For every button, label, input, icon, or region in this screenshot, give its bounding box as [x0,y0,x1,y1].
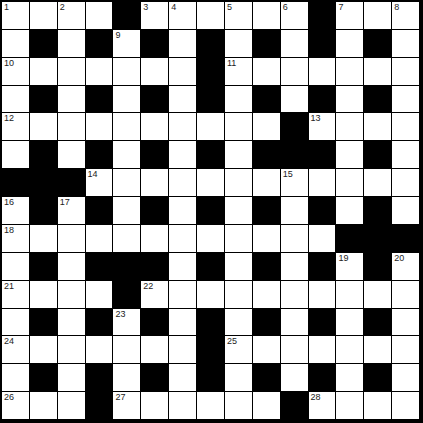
letter-cell[interactable] [169,141,196,168]
clue-number: 9 [115,30,120,41]
blocked-cell [197,86,224,113]
letter-cell[interactable] [86,113,113,140]
letter-cell[interactable]: 17 [58,197,85,224]
blocked-cell [364,364,391,391]
blocked-cell [86,309,113,336]
clue-number: 17 [60,197,70,208]
letter-cell[interactable] [30,281,57,308]
letter-cell[interactable] [58,281,85,308]
letter-cell[interactable] [58,364,85,391]
letter-cell[interactable]: 27 [113,392,140,419]
clue-number: 27 [115,392,125,403]
clue-number: 21 [4,281,14,292]
clue-number: 2 [60,2,65,13]
letter-cell[interactable] [336,141,363,168]
letter-cell[interactable] [364,281,391,308]
letter-cell[interactable] [336,336,363,363]
letter-cell[interactable] [30,225,57,252]
blocked-cell [197,336,224,363]
letter-cell[interactable] [392,86,419,113]
letter-cell[interactable] [58,392,85,419]
letter-cell[interactable] [197,281,224,308]
letter-cell[interactable] [169,253,196,280]
blocked-cell [86,197,113,224]
letter-cell[interactable]: 20 [392,253,419,280]
blocked-cell [141,364,168,391]
letter-cell[interactable] [169,364,196,391]
letter-cell[interactable] [169,58,196,85]
blocked-cell [141,141,168,168]
letter-cell[interactable] [392,30,419,57]
letter-cell[interactable] [225,197,252,224]
letter-cell[interactable] [392,169,419,196]
letter-cell[interactable] [197,113,224,140]
letter-cell[interactable] [309,225,336,252]
letter-cell[interactable] [225,364,252,391]
blocked-cell [86,364,113,391]
blocked-cell [253,253,280,280]
letter-cell[interactable] [86,281,113,308]
blocked-cell [197,364,224,391]
blocked-cell [86,30,113,57]
clue-number: 20 [394,253,404,264]
letter-cell[interactable]: 7 [336,2,363,29]
letter-cell[interactable] [336,30,363,57]
blocked-cell [30,141,57,168]
clue-number: 24 [4,336,14,347]
letter-cell[interactable] [392,141,419,168]
blocked-cell [336,225,363,252]
letter-cell[interactable] [197,392,224,419]
letter-cell[interactable]: 28 [309,392,336,419]
letter-cell[interactable] [2,86,29,113]
clue-number: 23 [115,309,125,320]
letter-cell[interactable]: 5 [225,2,252,29]
blocked-cell [197,253,224,280]
letter-cell[interactable] [113,197,140,224]
clue-number: 25 [227,336,237,347]
letter-cell[interactable] [392,197,419,224]
letter-cell[interactable] [113,86,140,113]
letter-cell[interactable]: 2 [58,2,85,29]
letter-cell[interactable] [141,58,168,85]
letter-cell[interactable] [86,225,113,252]
letter-cell[interactable] [281,364,308,391]
crossword-grid: 1234567891011121314151617181920212223242… [2,2,419,419]
letter-cell[interactable] [253,336,280,363]
letter-cell[interactable] [281,30,308,57]
letter-cell[interactable] [169,336,196,363]
letter-cell[interactable] [197,169,224,196]
letter-cell[interactable] [336,86,363,113]
letter-cell[interactable] [141,169,168,196]
letter-cell[interactable] [225,169,252,196]
letter-cell[interactable] [30,392,57,419]
letter-cell[interactable] [86,336,113,363]
letter-cell[interactable] [86,58,113,85]
blocked-cell [309,197,336,224]
letter-cell[interactable]: 24 [2,336,29,363]
blocked-cell [364,141,391,168]
clue-number: 6 [283,2,288,13]
letter-cell[interactable] [364,336,391,363]
letter-cell[interactable] [253,113,280,140]
letter-cell[interactable] [113,336,140,363]
letter-cell[interactable] [58,253,85,280]
letter-cell[interactable] [86,2,113,29]
blocked-cell [309,86,336,113]
letter-cell[interactable] [281,336,308,363]
blocked-cell [86,86,113,113]
clue-number: 15 [283,169,293,180]
clue-number: 8 [394,2,399,13]
blocked-cell [309,141,336,168]
letter-cell[interactable]: 3 [141,2,168,29]
letter-cell[interactable] [30,2,57,29]
letter-cell[interactable] [281,309,308,336]
blocked-cell [141,197,168,224]
letter-cell[interactable] [392,309,419,336]
letter-cell[interactable] [113,113,140,140]
blocked-cell [309,364,336,391]
letter-cell[interactable]: 23 [113,309,140,336]
letter-cell[interactable] [225,141,252,168]
letter-cell[interactable] [309,281,336,308]
letter-cell[interactable]: 18 [2,225,29,252]
blocked-cell [86,141,113,168]
letter-cell[interactable] [169,169,196,196]
letter-cell[interactable] [253,58,280,85]
letter-cell[interactable]: 25 [225,336,252,363]
blocked-cell [253,30,280,57]
blocked-cell [30,197,57,224]
letter-cell[interactable]: 10 [2,58,29,85]
clue-number: 1 [4,2,9,13]
letter-cell[interactable] [309,336,336,363]
letter-cell[interactable] [225,392,252,419]
letter-cell[interactable] [392,364,419,391]
clue-number: 18 [4,225,14,236]
blocked-cell [253,309,280,336]
clue-number: 3 [143,2,148,13]
crossword-board: 1234567891011121314151617181920212223242… [0,0,423,423]
clue-number: 14 [88,169,98,180]
blocked-cell [30,30,57,57]
blocked-cell [253,141,280,168]
letter-cell[interactable] [30,113,57,140]
letter-cell[interactable] [2,30,29,57]
letter-cell[interactable]: 6 [281,2,308,29]
letter-cell[interactable] [169,30,196,57]
clue-number: 19 [338,253,348,264]
letter-cell[interactable]: 16 [2,197,29,224]
blocked-cell [197,141,224,168]
letter-cell[interactable] [113,364,140,391]
blocked-cell [281,392,308,419]
letter-cell[interactable] [364,169,391,196]
blocked-cell [392,225,419,252]
letter-cell[interactable] [169,197,196,224]
letter-cell[interactable]: 21 [2,281,29,308]
letter-cell[interactable] [225,30,252,57]
blocked-cell [364,86,391,113]
letter-cell[interactable] [392,281,419,308]
blocked-cell [364,253,391,280]
clue-number: 12 [4,113,14,124]
letter-cell[interactable] [225,253,252,280]
letter-cell[interactable] [392,58,419,85]
letter-cell[interactable]: 8 [392,2,419,29]
letter-cell[interactable]: 22 [141,281,168,308]
letter-cell[interactable] [253,281,280,308]
letter-cell[interactable] [197,2,224,29]
letter-cell[interactable] [336,58,363,85]
blocked-cell [141,253,168,280]
letter-cell[interactable] [169,86,196,113]
blocked-cell [141,30,168,57]
letter-cell[interactable] [169,225,196,252]
clue-number: 16 [4,197,14,208]
letter-cell[interactable] [281,281,308,308]
blocked-cell [30,253,57,280]
letter-cell[interactable] [169,392,196,419]
clue-number: 28 [311,392,321,403]
letter-cell[interactable] [253,392,280,419]
letter-cell[interactable] [336,281,363,308]
letter-cell[interactable] [281,225,308,252]
letter-cell[interactable] [309,169,336,196]
blocked-cell [364,197,391,224]
letter-cell[interactable]: 11 [225,58,252,85]
blocked-cell [197,197,224,224]
blocked-cell [113,2,140,29]
clue-number: 22 [143,281,153,292]
letter-cell[interactable] [58,225,85,252]
letter-cell[interactable] [58,86,85,113]
letter-cell[interactable] [281,197,308,224]
clue-number: 7 [338,2,343,13]
blocked-cell [364,30,391,57]
blocked-cell [197,309,224,336]
letter-cell[interactable] [2,253,29,280]
blocked-cell [30,309,57,336]
letter-cell[interactable] [58,58,85,85]
clue-number: 26 [4,392,14,403]
letter-cell[interactable]: 1 [2,2,29,29]
letter-cell[interactable] [336,392,363,419]
letter-cell[interactable]: 13 [309,113,336,140]
letter-cell[interactable] [281,86,308,113]
letter-cell[interactable]: 9 [113,30,140,57]
blocked-cell [197,30,224,57]
letter-cell[interactable] [169,309,196,336]
blocked-cell [364,225,391,252]
letter-cell[interactable]: 12 [2,113,29,140]
letter-cell[interactable] [336,309,363,336]
blocked-cell [30,86,57,113]
letter-cell[interactable] [281,58,308,85]
letter-cell[interactable] [169,113,196,140]
blocked-cell [141,86,168,113]
letter-cell[interactable] [2,364,29,391]
letter-cell[interactable] [253,169,280,196]
letter-cell[interactable] [225,281,252,308]
clue-number: 11 [227,58,236,69]
blocked-cell [113,253,140,280]
letter-cell[interactable] [364,392,391,419]
letter-cell[interactable] [225,86,252,113]
letter-cell[interactable] [364,2,391,29]
blocked-cell [364,309,391,336]
letter-cell[interactable] [113,141,140,168]
clue-number: 5 [227,2,232,13]
letter-cell[interactable] [253,2,280,29]
letter-cell[interactable] [364,58,391,85]
blocked-cell [281,141,308,168]
letter-cell[interactable] [30,58,57,85]
blocked-cell [309,309,336,336]
letter-cell[interactable] [392,113,419,140]
letter-cell[interactable] [2,141,29,168]
letter-cell[interactable] [141,336,168,363]
letter-cell[interactable] [364,113,391,140]
blocked-cell [86,392,113,419]
letter-cell[interactable] [2,309,29,336]
blocked-cell [253,197,280,224]
letter-cell[interactable] [253,225,280,252]
letter-cell[interactable] [392,392,419,419]
letter-cell[interactable]: 4 [169,2,196,29]
blocked-cell [253,364,280,391]
letter-cell[interactable] [169,281,196,308]
blocked-cell [30,169,57,196]
letter-cell[interactable] [281,253,308,280]
letter-cell[interactable] [225,225,252,252]
letter-cell[interactable] [113,169,140,196]
letter-cell[interactable]: 15 [281,169,308,196]
blocked-cell [253,86,280,113]
letter-cell[interactable] [58,309,85,336]
blocked-cell [2,169,29,196]
blocked-cell [141,309,168,336]
blocked-cell [30,364,57,391]
letter-cell[interactable] [58,30,85,57]
blocked-cell [113,281,140,308]
letter-cell[interactable] [141,392,168,419]
letter-cell[interactable] [197,225,224,252]
blocked-cell [281,113,308,140]
letter-cell[interactable] [225,309,252,336]
letter-cell[interactable] [336,169,363,196]
clue-number: 10 [4,58,14,69]
letter-cell[interactable]: 26 [2,392,29,419]
blocked-cell [58,169,85,196]
letter-cell[interactable]: 19 [336,253,363,280]
letter-cell[interactable] [225,113,252,140]
blocked-cell [309,2,336,29]
letter-cell[interactable] [113,58,140,85]
letter-cell[interactable] [58,113,85,140]
letter-cell[interactable] [58,141,85,168]
blocked-cell [309,30,336,57]
letter-cell[interactable] [336,197,363,224]
letter-cell[interactable] [113,225,140,252]
letter-cell[interactable] [141,225,168,252]
letter-cell[interactable] [336,113,363,140]
blocked-cell [197,58,224,85]
letter-cell[interactable] [58,336,85,363]
clue-number: 13 [311,113,321,124]
blocked-cell [309,253,336,280]
letter-cell[interactable] [30,336,57,363]
letter-cell[interactable]: 14 [86,169,113,196]
letter-cell[interactable] [141,113,168,140]
letter-cell[interactable] [309,58,336,85]
letter-cell[interactable] [336,364,363,391]
blocked-cell [86,253,113,280]
clue-number: 4 [171,2,176,13]
letter-cell[interactable] [392,336,419,363]
